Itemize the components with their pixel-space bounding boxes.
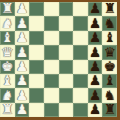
black-pawn: ♟ xyxy=(89,60,101,73)
square-b6[interactable] xyxy=(73,16,88,30)
square-d8[interactable]: ♛ xyxy=(102,45,117,59)
black-rook: ♜ xyxy=(104,103,116,116)
white-pawn: ♟ xyxy=(16,88,28,101)
black-pawn: ♟ xyxy=(89,16,101,29)
square-b3[interactable] xyxy=(29,16,44,30)
square-d7[interactable]: ♟ xyxy=(88,45,103,59)
black-pawn: ♟ xyxy=(89,103,101,116)
black-queen: ♛ xyxy=(104,45,116,58)
square-d3[interactable] xyxy=(29,45,44,59)
square-a6[interactable] xyxy=(73,2,88,16)
square-g3[interactable] xyxy=(29,88,44,102)
white-pawn: ♟ xyxy=(16,60,28,73)
chess-window: ♜♟♟♜♞♟♟♞♝♟♟♝♛♟♟♛♚♟♟♚♝♟♟♝♞♟♟♞♜♟♟♜ xyxy=(0,0,120,120)
square-c8[interactable]: ♝ xyxy=(102,31,117,45)
square-e7[interactable]: ♟ xyxy=(88,60,103,74)
chess-board: ♜♟♟♜♞♟♟♞♝♟♟♝♛♟♟♛♚♟♟♚♝♟♟♝♞♟♟♞♜♟♟♜ xyxy=(0,2,117,117)
white-pawn: ♟ xyxy=(16,2,28,15)
white-knight: ♞ xyxy=(1,16,13,29)
square-f3[interactable] xyxy=(29,74,44,88)
square-d1[interactable]: ♛ xyxy=(0,45,15,59)
square-e4[interactable] xyxy=(44,60,59,74)
square-a7[interactable]: ♟ xyxy=(88,2,103,16)
black-bishop: ♝ xyxy=(104,31,116,44)
square-e6[interactable] xyxy=(73,60,88,74)
black-pawn: ♟ xyxy=(89,74,101,87)
square-b2[interactable]: ♟ xyxy=(15,16,30,30)
square-g2[interactable]: ♟ xyxy=(15,88,30,102)
white-rook: ♜ xyxy=(1,103,13,116)
square-a3[interactable] xyxy=(29,2,44,16)
square-f5[interactable] xyxy=(59,74,74,88)
black-pawn: ♟ xyxy=(89,2,101,15)
square-e5[interactable] xyxy=(59,60,74,74)
black-king: ♚ xyxy=(104,60,116,73)
square-h8[interactable]: ♜ xyxy=(102,103,117,117)
square-c7[interactable]: ♟ xyxy=(88,31,103,45)
square-h3[interactable] xyxy=(29,103,44,117)
square-f7[interactable]: ♟ xyxy=(88,74,103,88)
square-g1[interactable]: ♞ xyxy=(0,88,15,102)
black-pawn: ♟ xyxy=(89,31,101,44)
square-f6[interactable] xyxy=(73,74,88,88)
black-knight: ♞ xyxy=(104,16,116,29)
black-knight: ♞ xyxy=(104,88,116,101)
white-pawn: ♟ xyxy=(16,103,28,116)
square-e2[interactable]: ♟ xyxy=(15,60,30,74)
white-pawn: ♟ xyxy=(16,16,28,29)
square-a1[interactable]: ♜ xyxy=(0,2,15,16)
square-f8[interactable]: ♝ xyxy=(102,74,117,88)
square-c2[interactable]: ♟ xyxy=(15,31,30,45)
square-d2[interactable]: ♟ xyxy=(15,45,30,59)
square-e1[interactable]: ♚ xyxy=(0,60,15,74)
square-g5[interactable] xyxy=(59,88,74,102)
square-h2[interactable]: ♟ xyxy=(15,103,30,117)
square-a4[interactable] xyxy=(44,2,59,16)
square-a5[interactable] xyxy=(59,2,74,16)
square-h5[interactable] xyxy=(59,103,74,117)
square-c3[interactable] xyxy=(29,31,44,45)
square-c4[interactable] xyxy=(44,31,59,45)
square-g6[interactable] xyxy=(73,88,88,102)
square-a8[interactable]: ♜ xyxy=(102,2,117,16)
square-d4[interactable] xyxy=(44,45,59,59)
black-bishop: ♝ xyxy=(104,74,116,87)
white-queen: ♛ xyxy=(1,45,13,58)
square-g8[interactable]: ♞ xyxy=(102,88,117,102)
square-b8[interactable]: ♞ xyxy=(102,16,117,30)
square-c6[interactable] xyxy=(73,31,88,45)
square-b4[interactable] xyxy=(44,16,59,30)
square-h6[interactable] xyxy=(73,103,88,117)
square-e8[interactable]: ♚ xyxy=(102,60,117,74)
square-e3[interactable] xyxy=(29,60,44,74)
square-f1[interactable]: ♝ xyxy=(0,74,15,88)
square-g7[interactable]: ♟ xyxy=(88,88,103,102)
square-b7[interactable]: ♟ xyxy=(88,16,103,30)
white-pawn: ♟ xyxy=(16,31,28,44)
white-king: ♚ xyxy=(1,60,13,73)
black-pawn: ♟ xyxy=(89,45,101,58)
white-rook: ♜ xyxy=(1,2,13,15)
square-d5[interactable] xyxy=(59,45,74,59)
square-a2[interactable]: ♟ xyxy=(15,2,30,16)
white-bishop: ♝ xyxy=(1,31,13,44)
square-d6[interactable] xyxy=(73,45,88,59)
square-c5[interactable] xyxy=(59,31,74,45)
white-pawn: ♟ xyxy=(16,74,28,87)
square-b5[interactable] xyxy=(59,16,74,30)
square-h4[interactable] xyxy=(44,103,59,117)
white-knight: ♞ xyxy=(1,88,13,101)
white-bishop: ♝ xyxy=(1,74,13,87)
square-f2[interactable]: ♟ xyxy=(15,74,30,88)
square-g4[interactable] xyxy=(44,88,59,102)
square-b1[interactable]: ♞ xyxy=(0,16,15,30)
black-pawn: ♟ xyxy=(89,88,101,101)
white-pawn: ♟ xyxy=(16,45,28,58)
square-h7[interactable]: ♟ xyxy=(88,103,103,117)
black-rook: ♜ xyxy=(104,2,116,15)
square-f4[interactable] xyxy=(44,74,59,88)
square-c1[interactable]: ♝ xyxy=(0,31,15,45)
square-h1[interactable]: ♜ xyxy=(0,103,15,117)
